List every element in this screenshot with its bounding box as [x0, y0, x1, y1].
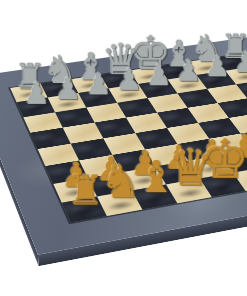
piece-black-pawn: ♟ [15, 79, 58, 109]
chess-set-product-photo: ♜♞♝♛♚♝♞♜♟♟♟♟♟♟♟♟♟♟♟♟♟♟♟♟♜♞♝♛♚♝♞♜ [0, 0, 247, 296]
chess-board: ♜♞♝♛♚♝♞♜♟♟♟♟♟♟♟♟♟♟♟♟♟♟♟♟♜♞♝♛♚♝♞♜ [0, 35, 247, 254]
board-grid: ♜♞♝♛♚♝♞♜♟♟♟♟♟♟♟♟♟♟♟♟♟♟♟♟♜♞♝♛♚♝♞♜ [10, 54, 247, 223]
piece-white-rook: ♜ [60, 170, 109, 211]
square-d5 [126, 113, 167, 133]
square-c5 [95, 118, 136, 139]
square-a1: ♜ [62, 197, 107, 223]
photo-scene: ♜♞♝♛♚♝♞♜♟♟♟♟♟♟♟♟♟♟♟♟♟♟♟♟♜♞♝♛♚♝♞♜ [0, 0, 247, 296]
